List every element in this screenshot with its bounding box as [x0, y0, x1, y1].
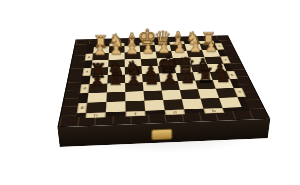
scene: geca hfdb 2468 1357 ♜♞♝♚♛♝♞♜♟♟♟♟♟♟♟♟♜♞♞♟…: [0, 0, 300, 185]
pawn-glyph: ♟: [126, 70, 140, 89]
chess-set-photo: geca hfdb 2468 1357 ♜♞♝♚♛♝♞♜♟♟♟♟♟♟♟♟♜♞♞♟…: [0, 0, 300, 185]
chess-board: geca hfdb 2468 1357 ♜♞♝♚♛♝♞♜♟♟♟♟♟♟♟♟♜♞♞♟…: [58, 35, 271, 127]
pawn-glyph: ♟: [90, 71, 104, 90]
brass-clasp: [151, 129, 172, 141]
